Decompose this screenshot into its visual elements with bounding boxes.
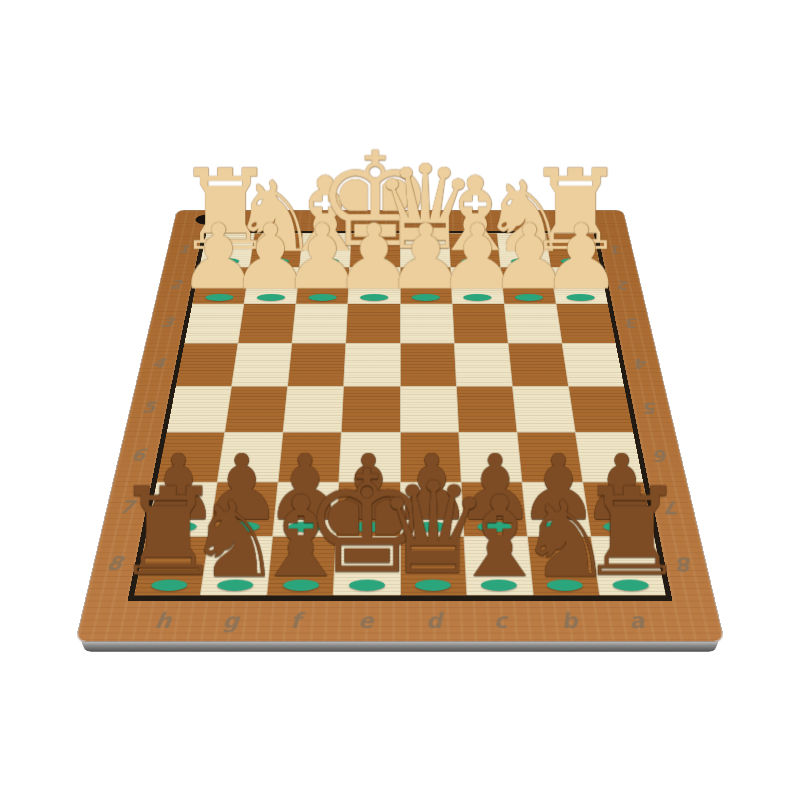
square-g4[interactable] <box>232 344 291 386</box>
square-c4[interactable] <box>454 344 511 386</box>
piece-white-pawn[interactable]: ♟ <box>541 212 622 302</box>
square-e3[interactable] <box>346 304 399 343</box>
square-g5[interactable] <box>225 386 287 431</box>
board-grid: ♜♞♝♚♛♝♞♜♟♟♟♟♟♟♟♟♟♟♟♟♟♟♟♟♜♞♝♚♛♝♞♜ <box>134 233 665 595</box>
square-h3[interactable] <box>185 304 244 343</box>
square-c5[interactable] <box>457 386 517 431</box>
square-f5[interactable] <box>284 386 344 431</box>
square-a8[interactable]: ♜ <box>591 537 665 596</box>
square-b3[interactable] <box>504 304 561 343</box>
coordinate-label-file-top-e: e <box>371 214 382 225</box>
coordinate-label-rank-right-4: 4 <box>634 357 650 371</box>
coordinate-label-rank-right-3: 3 <box>625 316 640 329</box>
square-d4[interactable] <box>400 344 455 386</box>
coordinate-label-rank-left-4: 4 <box>151 357 167 371</box>
coordinate-label-file-bottom-e: e <box>358 611 374 632</box>
coordinate-label-rank-left-5: 5 <box>141 400 157 415</box>
coordinate-label-file-top-f: f <box>323 214 331 225</box>
square-f4[interactable] <box>288 344 345 386</box>
coordinate-label-rank-right-5: 5 <box>643 400 659 415</box>
coordinate-label-rank-right-2: 2 <box>617 279 631 291</box>
coordinate-label-file-bottom-h: h <box>153 611 173 632</box>
board-edge <box>81 641 719 652</box>
coordinate-label-file-bottom-f: f <box>290 611 301 632</box>
square-c3[interactable] <box>452 304 507 343</box>
square-h5[interactable] <box>167 386 231 431</box>
piece-black-rook[interactable]: ♜ <box>578 471 687 592</box>
square-d3[interactable] <box>400 304 453 343</box>
square-a4[interactable] <box>562 344 624 386</box>
coordinate-label-file-top-a: a <box>561 214 573 225</box>
square-e5[interactable] <box>342 386 400 431</box>
square-a5[interactable] <box>569 386 633 431</box>
board-scale-wrap: ♜♞♝♚♛♝♞♜♟♟♟♟♟♟♟♟♟♟♟♟♟♟♟♟♜♞♝♚♛♝♞♜ 11hh22g… <box>136 122 664 650</box>
perspective-scene: ♜♞♝♚♛♝♞♜♟♟♟♟♟♟♟♟♟♟♟♟♟♟♟♟♜♞♝♚♛♝♞♜ 11hh22g… <box>136 122 664 650</box>
coordinate-label-file-top-g: g <box>275 214 288 225</box>
square-a2[interactable]: ♟ <box>551 268 608 304</box>
chess-board: ♜♞♝♚♛♝♞♜♟♟♟♟♟♟♟♟♟♟♟♟♟♟♟♟♜♞♝♚♛♝♞♜ 11hh22g… <box>76 210 724 641</box>
coordinate-label-file-bottom-a: a <box>627 611 646 632</box>
square-b4[interactable] <box>508 344 567 386</box>
square-a3[interactable] <box>556 304 615 343</box>
photo-stage: ♜♞♝♚♛♝♞♜♟♟♟♟♟♟♟♟♟♟♟♟♟♟♟♟♜♞♝♚♛♝♞♜ 11hh22g… <box>0 0 800 800</box>
coordinate-label-file-bottom-d: d <box>426 611 442 632</box>
coordinate-label-rank-right-1: 1 <box>610 244 624 255</box>
coordinate-label-file-bottom-b: b <box>560 611 579 632</box>
coordinate-label-file-top-h: h <box>227 214 240 225</box>
coordinate-label-rank-left-1: 1 <box>177 244 191 255</box>
square-b5[interactable] <box>513 386 575 431</box>
coordinate-label-file-top-c: c <box>466 214 476 225</box>
square-f3[interactable] <box>292 304 347 343</box>
square-h4[interactable] <box>176 344 238 386</box>
board-frame: ♜♞♝♚♛♝♞♜♟♟♟♟♟♟♟♟♟♟♟♟♟♟♟♟♜♞♝♚♛♝♞♜ <box>128 231 673 601</box>
square-d5[interactable] <box>400 386 458 431</box>
coordinate-label-file-top-b: b <box>513 214 526 225</box>
square-g3[interactable] <box>238 304 295 343</box>
square-e4[interactable] <box>344 344 399 386</box>
coordinate-label-file-bottom-c: c <box>493 611 508 632</box>
coordinate-label-file-top-d: d <box>418 214 429 225</box>
coordinate-label-rank-left-3: 3 <box>160 316 175 329</box>
coordinate-label-file-bottom-g: g <box>222 611 241 632</box>
